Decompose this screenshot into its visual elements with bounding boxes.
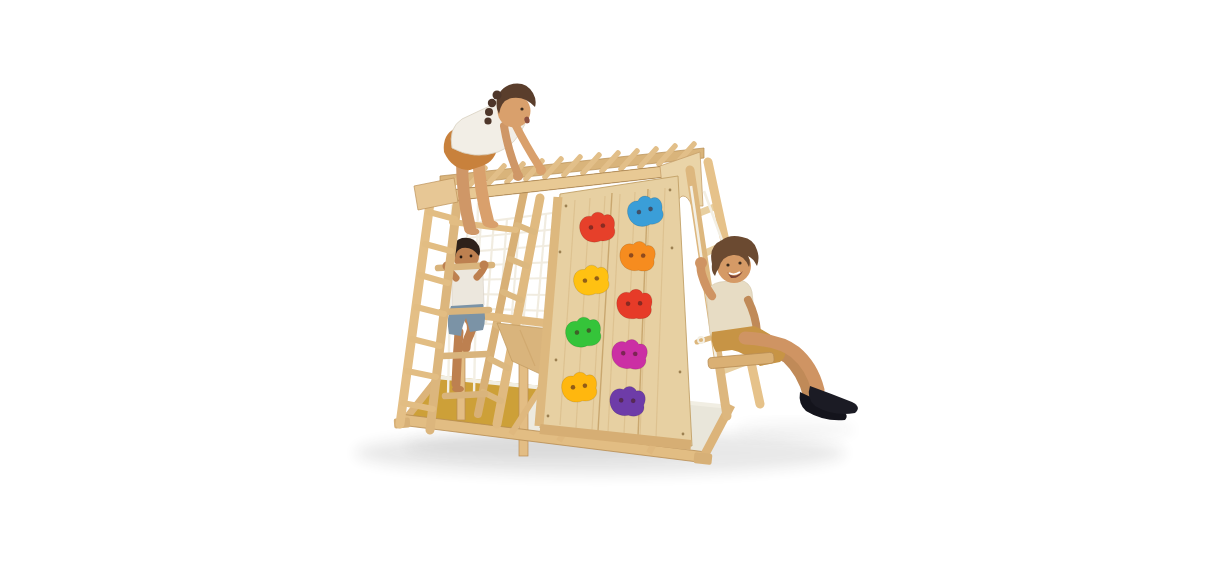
boy-fist xyxy=(695,257,707,269)
girl-near-hand xyxy=(536,165,546,175)
product-photo xyxy=(0,0,1229,562)
girl-far-leg xyxy=(462,160,470,228)
girl-near-arm xyxy=(514,122,539,166)
toddler-right-fist xyxy=(480,261,489,270)
climbing-wall xyxy=(539,176,692,446)
girl-far-hand xyxy=(513,171,523,181)
toddler-foot xyxy=(452,386,464,393)
